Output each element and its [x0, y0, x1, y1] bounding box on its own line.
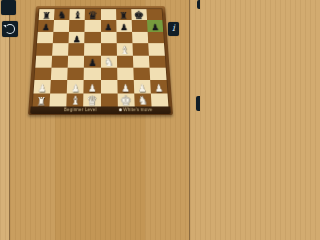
square-e7[interactable]: ♟ — [101, 20, 117, 31]
square-g1[interactable]: ♞ — [134, 93, 151, 106]
square-c8[interactable]: ♝ — [70, 9, 86, 20]
square-h7[interactable]: ♟ — [147, 20, 163, 31]
square-h3[interactable] — [149, 68, 166, 81]
menu-button[interactable] — [1, 0, 16, 15]
square-b1[interactable] — [50, 93, 67, 106]
turn-label: White's move — [123, 107, 152, 112]
square-g8[interactable]: ♚ — [131, 9, 147, 20]
square-e1[interactable] — [101, 93, 118, 106]
board-grid: ♜♞♝♛♜♚♟♟♟♟♟♝♟♞♟♟♟♟♟♟♜♝♛♚♞ — [33, 9, 169, 106]
square-g2[interactable]: ♟ — [134, 80, 151, 93]
piece-white-pawn-h2: ♟ — [154, 83, 163, 93]
square-a2[interactable]: ♟ — [34, 80, 51, 93]
square-b2[interactable] — [50, 80, 67, 93]
square-a3[interactable] — [34, 68, 51, 81]
piece-black-pawn-e7: ♟ — [104, 23, 112, 32]
square-b5[interactable] — [52, 43, 69, 55]
square-d3[interactable] — [84, 68, 101, 81]
square-c6[interactable]: ♟ — [69, 32, 85, 44]
level-label: Beginner Level — [64, 106, 97, 114]
square-e4[interactable]: ♞ — [101, 55, 117, 67]
square-g3[interactable] — [133, 68, 150, 81]
piece-black-pawn-h7: ♟ — [151, 23, 159, 32]
square-d7[interactable] — [85, 20, 101, 31]
status-bar: Beginner Level White's move — [30, 106, 171, 114]
piece-white-bishop-c1: ♝ — [70, 94, 80, 106]
piece-white-king-f1: ♚ — [120, 94, 131, 108]
square-h4[interactable] — [149, 55, 166, 67]
square-e6[interactable] — [101, 32, 117, 44]
square-d8[interactable]: ♛ — [85, 9, 100, 20]
square-f6[interactable] — [116, 32, 132, 44]
square-a8[interactable]: ♜ — [39, 9, 55, 20]
piece-black-knight-b8: ♞ — [57, 10, 66, 20]
square-e3[interactable] — [101, 68, 118, 81]
square-b3[interactable] — [51, 68, 68, 81]
piece-black-pawn-f7: ♟ — [120, 23, 128, 32]
piece-black-bishop-c8: ♝ — [73, 10, 82, 20]
square-g5[interactable] — [132, 43, 149, 55]
square-h6[interactable] — [148, 32, 164, 44]
chess-app-screen: { "game": "chess", "position": { "fen": … — [0, 0, 200, 120]
square-a5[interactable] — [36, 43, 53, 55]
square-a4[interactable] — [35, 55, 52, 67]
square-d5[interactable] — [84, 43, 100, 55]
square-c1[interactable]: ♝ — [67, 93, 84, 106]
square-g4[interactable] — [133, 55, 150, 67]
piece-white-pawn-f2: ♟ — [121, 83, 130, 93]
piece-white-rook-a1: ♜ — [36, 95, 46, 107]
rotate-board-button[interactable] — [2, 21, 18, 37]
square-c2[interactable]: ♟ — [67, 80, 84, 93]
square-e8[interactable] — [101, 9, 116, 20]
piece-white-queen-d1: ♛ — [87, 94, 98, 107]
square-d4[interactable]: ♟ — [84, 55, 100, 67]
square-a1[interactable]: ♜ — [33, 93, 51, 106]
square-c3[interactable] — [67, 68, 84, 81]
square-b6[interactable] — [53, 32, 69, 44]
square-e5[interactable] — [101, 43, 117, 55]
chess-board: ♜♞♝♛♜♚♟♟♟♟♟♝♟♞♟♟♟♟♟♟♜♝♛♚♞ Beginner Level… — [28, 6, 173, 115]
piece-white-pawn-a2: ♟ — [38, 83, 47, 93]
square-a6[interactable] — [37, 32, 53, 44]
piece-white-pawn-g2: ♟ — [138, 83, 147, 93]
square-b7[interactable] — [53, 20, 69, 31]
square-f7[interactable]: ♟ — [116, 20, 132, 31]
square-d1[interactable]: ♛ — [84, 93, 101, 106]
piece-white-knight-e4: ♞ — [104, 56, 113, 67]
square-b8[interactable]: ♞ — [54, 9, 70, 20]
edge-button-top-right[interactable] — [197, 0, 200, 9]
square-h5[interactable] — [148, 43, 165, 55]
info-button[interactable]: i — [168, 22, 179, 36]
piece-white-knight-g1: ♞ — [138, 94, 148, 106]
piece-black-pawn-a7: ♟ — [42, 23, 50, 32]
square-g7[interactable] — [131, 20, 147, 31]
square-d2[interactable]: ♟ — [84, 80, 101, 93]
piece-black-pawn-c6: ♟ — [73, 34, 81, 43]
square-f1[interactable]: ♚ — [117, 93, 134, 106]
piece-white-pawn-d2: ♟ — [88, 83, 96, 93]
square-h1[interactable] — [151, 93, 169, 106]
square-b4[interactable] — [52, 55, 69, 67]
square-c7[interactable] — [69, 20, 85, 31]
square-h2[interactable]: ♟ — [150, 80, 167, 93]
piece-black-rook-f8: ♜ — [119, 11, 128, 21]
square-c4[interactable] — [68, 55, 85, 67]
square-a7[interactable]: ♟ — [38, 20, 54, 31]
white-turn-dot-icon — [119, 108, 122, 111]
square-f4[interactable] — [117, 55, 134, 67]
square-f2[interactable]: ♟ — [117, 80, 134, 93]
square-h8[interactable] — [146, 9, 162, 20]
piece-black-pawn-d4: ♟ — [88, 58, 96, 68]
square-f3[interactable] — [117, 68, 134, 81]
square-g6[interactable] — [132, 32, 148, 44]
piece-black-rook-a8: ♜ — [42, 11, 51, 21]
edge-button-bottom-right[interactable] — [196, 96, 200, 111]
square-e2[interactable] — [101, 80, 118, 93]
hamburger-icon — [1, 1, 16, 18]
square-d6[interactable] — [85, 32, 101, 44]
square-f8[interactable]: ♜ — [116, 9, 132, 20]
square-f5[interactable]: ♝ — [116, 43, 132, 55]
square-c5[interactable] — [68, 43, 84, 55]
turn-indicator: White's move — [119, 106, 153, 114]
piece-white-bishop-f5: ♝ — [120, 44, 130, 55]
piece-white-pawn-c2: ♟ — [71, 83, 80, 93]
